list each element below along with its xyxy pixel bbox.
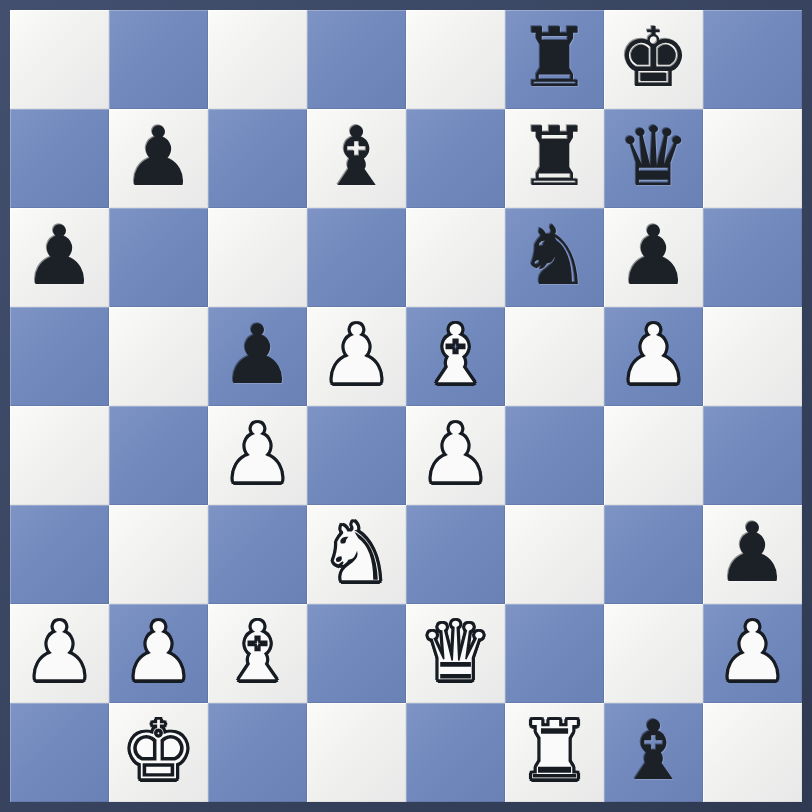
white-pawn[interactable]: ♟ bbox=[122, 604, 196, 701]
square-g4[interactable] bbox=[604, 406, 703, 505]
square-a5[interactable] bbox=[10, 307, 109, 406]
square-c3[interactable] bbox=[208, 505, 307, 604]
square-b2[interactable]: ♟ bbox=[109, 604, 208, 703]
square-d4[interactable] bbox=[307, 406, 406, 505]
square-c2[interactable]: ♝ bbox=[208, 604, 307, 703]
square-h8[interactable] bbox=[703, 10, 802, 109]
white-rook[interactable]: ♜ bbox=[518, 703, 592, 800]
square-h3[interactable]: ♟ bbox=[703, 505, 802, 604]
black-pawn[interactable]: ♟ bbox=[716, 505, 790, 602]
square-f6[interactable]: ♞ bbox=[505, 208, 604, 307]
square-a3[interactable] bbox=[10, 505, 109, 604]
square-h4[interactable] bbox=[703, 406, 802, 505]
square-c1[interactable] bbox=[208, 703, 307, 802]
square-g5[interactable]: ♟ bbox=[604, 307, 703, 406]
square-b3[interactable] bbox=[109, 505, 208, 604]
white-pawn[interactable]: ♟ bbox=[419, 406, 493, 503]
square-e3[interactable] bbox=[406, 505, 505, 604]
white-bishop[interactable]: ♝ bbox=[221, 604, 295, 701]
square-h7[interactable] bbox=[703, 109, 802, 208]
square-g2[interactable] bbox=[604, 604, 703, 703]
square-e8[interactable] bbox=[406, 10, 505, 109]
square-e5[interactable]: ♝ bbox=[406, 307, 505, 406]
square-h1[interactable] bbox=[703, 703, 802, 802]
square-d5[interactable]: ♟ bbox=[307, 307, 406, 406]
white-pawn[interactable]: ♟ bbox=[716, 604, 790, 701]
black-rook[interactable]: ♜ bbox=[518, 10, 592, 107]
square-e4[interactable]: ♟ bbox=[406, 406, 505, 505]
square-h6[interactable] bbox=[703, 208, 802, 307]
square-g3[interactable] bbox=[604, 505, 703, 604]
white-pawn[interactable]: ♟ bbox=[23, 604, 97, 701]
square-a1[interactable] bbox=[10, 703, 109, 802]
square-a6[interactable]: ♟ bbox=[10, 208, 109, 307]
square-c8[interactable] bbox=[208, 10, 307, 109]
black-bishop[interactable]: ♝ bbox=[617, 703, 691, 800]
square-b6[interactable] bbox=[109, 208, 208, 307]
square-f7[interactable]: ♜ bbox=[505, 109, 604, 208]
black-rook[interactable]: ♜ bbox=[518, 109, 592, 206]
square-c5[interactable]: ♟ bbox=[208, 307, 307, 406]
square-b8[interactable] bbox=[109, 10, 208, 109]
black-knight[interactable]: ♞ bbox=[518, 208, 592, 305]
square-e1[interactable] bbox=[406, 703, 505, 802]
square-a4[interactable] bbox=[10, 406, 109, 505]
square-e7[interactable] bbox=[406, 109, 505, 208]
square-f1[interactable]: ♜ bbox=[505, 703, 604, 802]
square-d8[interactable] bbox=[307, 10, 406, 109]
black-pawn[interactable]: ♟ bbox=[23, 208, 97, 305]
square-h5[interactable] bbox=[703, 307, 802, 406]
chess-board: ♜♚♟♝♜♛♟♞♟♟♟♝♟♟♟♞♟♟♟♝♛♟♚♜♝ bbox=[10, 10, 802, 802]
square-f8[interactable]: ♜ bbox=[505, 10, 604, 109]
black-pawn[interactable]: ♟ bbox=[617, 208, 691, 305]
square-g8[interactable]: ♚ bbox=[604, 10, 703, 109]
square-f5[interactable] bbox=[505, 307, 604, 406]
white-pawn[interactable]: ♟ bbox=[221, 406, 295, 503]
square-c7[interactable] bbox=[208, 109, 307, 208]
square-f2[interactable] bbox=[505, 604, 604, 703]
square-a8[interactable] bbox=[10, 10, 109, 109]
square-d1[interactable] bbox=[307, 703, 406, 802]
white-pawn[interactable]: ♟ bbox=[617, 307, 691, 404]
black-bishop[interactable]: ♝ bbox=[320, 109, 394, 206]
square-c6[interactable] bbox=[208, 208, 307, 307]
square-g1[interactable]: ♝ bbox=[604, 703, 703, 802]
black-pawn[interactable]: ♟ bbox=[122, 109, 196, 206]
white-queen[interactable]: ♛ bbox=[419, 604, 493, 701]
square-d6[interactable] bbox=[307, 208, 406, 307]
square-b4[interactable] bbox=[109, 406, 208, 505]
black-queen[interactable]: ♛ bbox=[617, 109, 691, 206]
square-c4[interactable]: ♟ bbox=[208, 406, 307, 505]
board-frame: ♜♚♟♝♜♛♟♞♟♟♟♝♟♟♟♞♟♟♟♝♛♟♚♜♝ bbox=[0, 0, 812, 812]
white-king[interactable]: ♚ bbox=[122, 703, 196, 800]
white-knight[interactable]: ♞ bbox=[320, 505, 394, 602]
white-bishop[interactable]: ♝ bbox=[419, 307, 493, 404]
square-d7[interactable]: ♝ bbox=[307, 109, 406, 208]
square-b1[interactable]: ♚ bbox=[109, 703, 208, 802]
square-b7[interactable]: ♟ bbox=[109, 109, 208, 208]
square-d2[interactable] bbox=[307, 604, 406, 703]
square-b5[interactable] bbox=[109, 307, 208, 406]
square-f4[interactable] bbox=[505, 406, 604, 505]
square-d3[interactable]: ♞ bbox=[307, 505, 406, 604]
square-e2[interactable]: ♛ bbox=[406, 604, 505, 703]
square-g6[interactable]: ♟ bbox=[604, 208, 703, 307]
square-a7[interactable] bbox=[10, 109, 109, 208]
square-h2[interactable]: ♟ bbox=[703, 604, 802, 703]
black-pawn[interactable]: ♟ bbox=[221, 307, 295, 404]
black-king[interactable]: ♚ bbox=[617, 10, 691, 107]
square-f3[interactable] bbox=[505, 505, 604, 604]
square-g7[interactable]: ♛ bbox=[604, 109, 703, 208]
square-e6[interactable] bbox=[406, 208, 505, 307]
white-pawn[interactable]: ♟ bbox=[320, 307, 394, 404]
square-a2[interactable]: ♟ bbox=[10, 604, 109, 703]
